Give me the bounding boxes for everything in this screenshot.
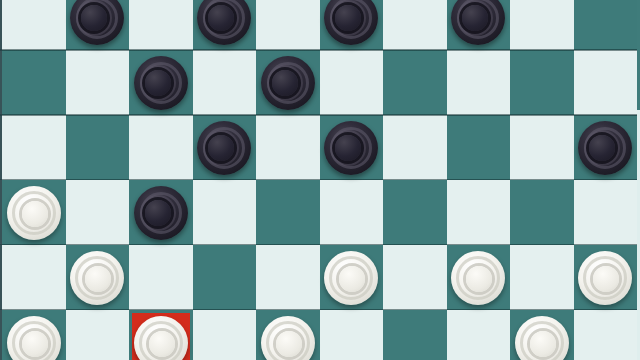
- board-square-r3c7[interactable]: [447, 180, 511, 245]
- white-piece[interactable]: [7, 186, 61, 240]
- board-square-r1c5[interactable]: [320, 50, 384, 115]
- board-square-r4c0[interactable]: [2, 245, 66, 310]
- black-piece[interactable]: [197, 121, 251, 175]
- checkers-game-screen: [0, 0, 640, 360]
- board-square-r4c6[interactable]: [383, 245, 447, 310]
- board-square-r3c5[interactable]: [320, 180, 384, 245]
- board-square-r3c9[interactable]: [574, 180, 638, 245]
- board-square-r2c6[interactable]: [383, 115, 447, 180]
- black-piece[interactable]: [261, 56, 315, 110]
- board-square-r0c0[interactable]: [2, 0, 66, 50]
- board-square-r2c7[interactable]: [447, 115, 511, 180]
- board-square-r4c1[interactable]: [66, 245, 130, 310]
- board-square-r1c2[interactable]: [129, 50, 193, 115]
- board-square-r3c6[interactable]: [383, 180, 447, 245]
- board-square-r0c2[interactable]: [129, 0, 193, 50]
- board-square-r5c8[interactable]: [510, 310, 574, 360]
- board-square-r2c3[interactable]: [193, 115, 257, 180]
- board-square-r1c8[interactable]: [510, 50, 574, 115]
- board-left-edge: [0, 0, 2, 360]
- board-square-r2c1[interactable]: [66, 115, 130, 180]
- board-square-r2c8[interactable]: [510, 115, 574, 180]
- board-square-r4c9[interactable]: [574, 245, 638, 310]
- board-square-r5c5[interactable]: [320, 310, 384, 360]
- board-square-r4c7[interactable]: [447, 245, 511, 310]
- board-square-r3c1[interactable]: [66, 180, 130, 245]
- board-square-r5c1[interactable]: [66, 310, 130, 360]
- black-piece[interactable]: [578, 121, 632, 175]
- board-square-r1c7[interactable]: [447, 50, 511, 115]
- board-square-r5c3[interactable]: [193, 310, 257, 360]
- board-square-r0c8[interactable]: [510, 0, 574, 50]
- board-square-r1c4[interactable]: [256, 50, 320, 115]
- black-piece[interactable]: [70, 0, 124, 45]
- board-square-r0c9[interactable]: [574, 0, 638, 50]
- board-square-r4c3[interactable]: [193, 245, 257, 310]
- board-square-r3c3[interactable]: [193, 180, 257, 245]
- black-piece[interactable]: [134, 186, 188, 240]
- board-square-r0c4[interactable]: [256, 0, 320, 50]
- board-square-r3c8[interactable]: [510, 180, 574, 245]
- white-piece[interactable]: [324, 251, 378, 305]
- board-square-r2c9[interactable]: [574, 115, 638, 180]
- board-square-r1c6[interactable]: [383, 50, 447, 115]
- board-square-r1c0[interactable]: [2, 50, 66, 115]
- board-square-r3c0[interactable]: [2, 180, 66, 245]
- black-piece[interactable]: [451, 0, 505, 45]
- board-square-r5c0[interactable]: [2, 310, 66, 360]
- board-square-r2c2[interactable]: [129, 115, 193, 180]
- white-piece[interactable]: [515, 316, 569, 360]
- board-square-r3c2[interactable]: [129, 180, 193, 245]
- board-square-r1c1[interactable]: [66, 50, 130, 115]
- black-piece[interactable]: [324, 0, 378, 45]
- board-square-r0c3[interactable]: [193, 0, 257, 50]
- board-square-r5c9[interactable]: [574, 310, 638, 360]
- board-square-r4c4[interactable]: [256, 245, 320, 310]
- board-square-r0c1[interactable]: [66, 0, 130, 50]
- white-piece[interactable]: [578, 251, 632, 305]
- board-square-r5c7[interactable]: [447, 310, 511, 360]
- black-piece[interactable]: [324, 121, 378, 175]
- white-piece[interactable]: [70, 251, 124, 305]
- white-piece[interactable]: [261, 316, 315, 360]
- board-square-r1c3[interactable]: [193, 50, 257, 115]
- board-square-r4c5[interactable]: [320, 245, 384, 310]
- board-square-r5c2[interactable]: [129, 310, 193, 360]
- board-square-r4c8[interactable]: [510, 245, 574, 310]
- board-square-r0c7[interactable]: [447, 0, 511, 50]
- white-piece[interactable]: [7, 316, 61, 360]
- black-piece[interactable]: [197, 0, 251, 45]
- board-square-r0c5[interactable]: [320, 0, 384, 50]
- board-square-r0c6[interactable]: [383, 0, 447, 50]
- black-piece[interactable]: [134, 56, 188, 110]
- board-square-r2c0[interactable]: [2, 115, 66, 180]
- board-square-r5c6[interactable]: [383, 310, 447, 360]
- checkers-board: [2, 0, 637, 360]
- board-square-r4c2[interactable]: [129, 245, 193, 310]
- board-square-r2c4[interactable]: [256, 115, 320, 180]
- board-square-r2c5[interactable]: [320, 115, 384, 180]
- white-piece[interactable]: [451, 251, 505, 305]
- board-square-r1c9[interactable]: [574, 50, 638, 115]
- board-square-r5c4[interactable]: [256, 310, 320, 360]
- board-square-r3c4[interactable]: [256, 180, 320, 245]
